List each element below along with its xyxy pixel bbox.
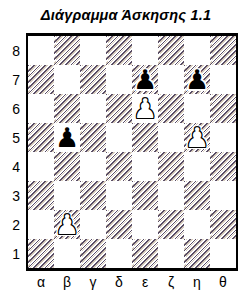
rank-label-2: 2 (12, 217, 20, 233)
square-h6[interactable] (210, 94, 236, 123)
file-label-g: η (193, 274, 201, 290)
square-e5[interactable] (132, 123, 158, 152)
square-h3[interactable] (210, 181, 236, 210)
rank-label-1: 1 (12, 246, 20, 262)
rank-labels: 87654321 (0, 36, 26, 271)
square-a7[interactable] (28, 65, 54, 94)
file-label-f: ζ (168, 274, 174, 290)
square-g2[interactable] (184, 210, 210, 239)
square-e1[interactable] (132, 239, 158, 268)
square-e2[interactable] (132, 210, 158, 239)
rank-label-6: 6 (12, 101, 20, 117)
square-d1[interactable] (106, 239, 132, 268)
square-f8[interactable] (158, 36, 184, 65)
white-pawn-icon: ♟ (184, 123, 210, 152)
square-g7[interactable]: ♟ (184, 65, 210, 94)
square-g4[interactable] (184, 152, 210, 181)
square-a4[interactable] (28, 152, 54, 181)
square-c4[interactable] (80, 152, 106, 181)
black-pawn-icon: ♟ (54, 123, 80, 152)
square-a1[interactable] (28, 239, 54, 268)
square-h8[interactable] (210, 36, 236, 65)
square-d6[interactable] (106, 94, 132, 123)
square-f7[interactable] (158, 65, 184, 94)
square-a3[interactable] (28, 181, 54, 210)
black-pawn-icon: ♟ (184, 65, 210, 94)
file-label-e: ε (142, 274, 148, 290)
white-pawn-icon: ♟ (54, 210, 80, 239)
square-h4[interactable] (210, 152, 236, 181)
square-d4[interactable] (106, 152, 132, 181)
rank-label-8: 8 (12, 43, 20, 59)
square-h7[interactable] (210, 65, 236, 94)
square-e6[interactable]: ♟ (132, 94, 158, 123)
square-b4[interactable] (54, 152, 80, 181)
square-e3[interactable] (132, 181, 158, 210)
square-b7[interactable] (54, 65, 80, 94)
square-b1[interactable] (54, 239, 80, 268)
file-label-h: θ (219, 274, 227, 290)
square-b5[interactable]: ♟ (54, 123, 80, 152)
square-g1[interactable] (184, 239, 210, 268)
square-d2[interactable] (106, 210, 132, 239)
square-f1[interactable] (158, 239, 184, 268)
file-label-b: β (63, 274, 71, 290)
square-c7[interactable] (80, 65, 106, 94)
square-f3[interactable] (158, 181, 184, 210)
file-label-c: γ (90, 274, 97, 290)
square-g6[interactable] (184, 94, 210, 123)
square-f4[interactable] (158, 152, 184, 181)
square-b2[interactable]: ♟ (54, 210, 80, 239)
square-b6[interactable] (54, 94, 80, 123)
square-f5[interactable] (158, 123, 184, 152)
square-c5[interactable] (80, 123, 106, 152)
file-label-d: δ (115, 274, 123, 290)
square-a5[interactable] (28, 123, 54, 152)
rank-label-5: 5 (12, 130, 20, 146)
square-h5[interactable] (210, 123, 236, 152)
square-h1[interactable] (210, 239, 236, 268)
square-d7[interactable] (106, 65, 132, 94)
square-c3[interactable] (80, 181, 106, 210)
file-label-a: α (37, 274, 45, 290)
square-e4[interactable] (132, 152, 158, 181)
square-d5[interactable] (106, 123, 132, 152)
square-d8[interactable] (106, 36, 132, 65)
rank-label-7: 7 (12, 72, 20, 88)
square-a8[interactable] (28, 36, 54, 65)
rank-label-4: 4 (12, 159, 20, 175)
square-e8[interactable] (132, 36, 158, 65)
square-c8[interactable] (80, 36, 106, 65)
square-h2[interactable] (210, 210, 236, 239)
square-g3[interactable] (184, 181, 210, 210)
board-area: 87654321 ♟♟♟♟♟♟ (0, 33, 252, 271)
square-c6[interactable] (80, 94, 106, 123)
diagram-title: Διάγραμμα Άσκησης 1.1 (0, 0, 252, 33)
square-e7[interactable]: ♟ (132, 65, 158, 94)
square-f6[interactable] (158, 94, 184, 123)
square-c1[interactable] (80, 239, 106, 268)
black-pawn-icon: ♟ (132, 65, 158, 94)
chess-board: ♟♟♟♟♟♟ (26, 33, 238, 271)
square-a2[interactable] (28, 210, 54, 239)
file-labels: αβγδεζηθ (28, 271, 252, 293)
square-f2[interactable] (158, 210, 184, 239)
rank-label-3: 3 (12, 188, 20, 204)
white-pawn-icon: ♟ (132, 94, 158, 123)
square-b8[interactable] (54, 36, 80, 65)
square-c2[interactable] (80, 210, 106, 239)
square-d3[interactable] (106, 181, 132, 210)
chess-diagram-page: Διάγραμμα Άσκησης 1.1 87654321 ♟♟♟♟♟♟ αβ… (0, 0, 252, 293)
square-b3[interactable] (54, 181, 80, 210)
square-g5[interactable]: ♟ (184, 123, 210, 152)
square-a6[interactable] (28, 94, 54, 123)
square-g8[interactable] (184, 36, 210, 65)
